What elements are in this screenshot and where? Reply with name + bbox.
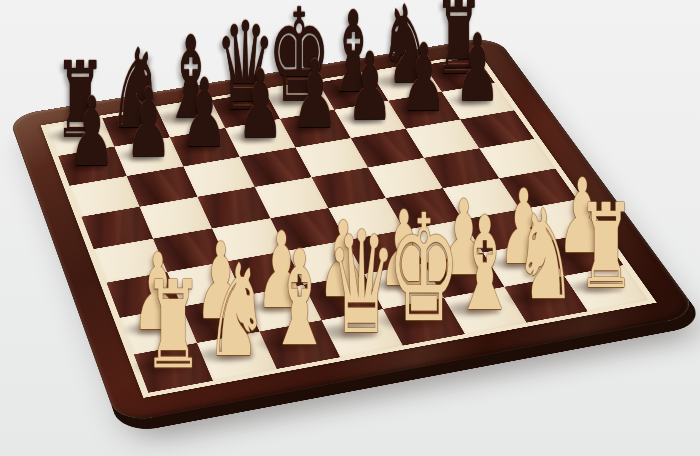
board-inlay-line [41, 53, 657, 398]
chess-set-photo-scene: ♜♞♝♛♚♝♞♜♟♟♟♟♟♟♟♟♟♟♟♟♟♟♟♟♜♞♝♛♚♝♞♜ [0, 0, 700, 456]
board-squares-grid [47, 56, 648, 392]
chess-board [8, 36, 700, 424]
